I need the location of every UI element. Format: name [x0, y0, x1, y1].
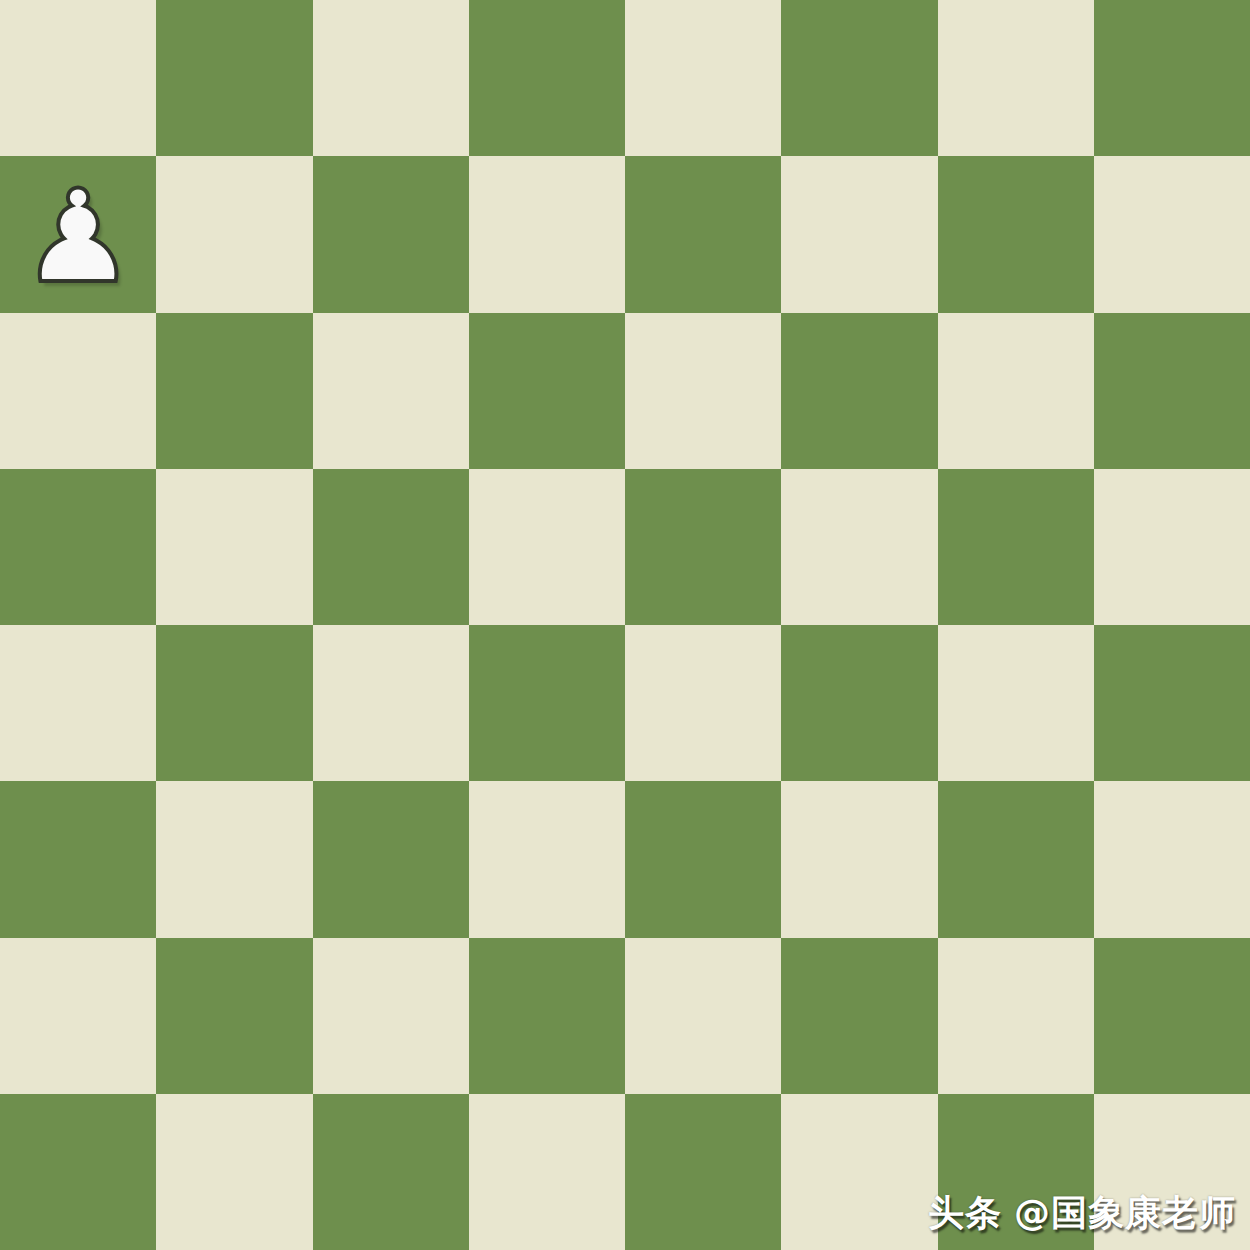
square-d8[interactable]: [469, 0, 625, 156]
square-g4[interactable]: [938, 625, 1094, 781]
square-a1[interactable]: [0, 1094, 156, 1250]
white-pawn[interactable]: ♟: [21, 173, 136, 301]
square-a7[interactable]: ♟: [0, 156, 156, 312]
square-a5[interactable]: [0, 469, 156, 625]
chess-board: ♟: [0, 0, 1250, 1250]
square-c3[interactable]: [313, 781, 469, 937]
square-e1[interactable]: [625, 1094, 781, 1250]
square-a3[interactable]: [0, 781, 156, 937]
square-h5[interactable]: [1094, 469, 1250, 625]
watermark: 头条@国象康老师: [928, 1189, 1236, 1238]
square-g7[interactable]: [938, 156, 1094, 312]
square-c1[interactable]: [313, 1094, 469, 1250]
square-e3[interactable]: [625, 781, 781, 937]
square-g6[interactable]: [938, 313, 1094, 469]
square-e8[interactable]: [625, 0, 781, 156]
square-f4[interactable]: [781, 625, 937, 781]
square-c8[interactable]: [313, 0, 469, 156]
square-g8[interactable]: [938, 0, 1094, 156]
watermark-handle: @国象康老师: [1014, 1192, 1236, 1233]
square-b3[interactable]: [156, 781, 312, 937]
square-b2[interactable]: [156, 938, 312, 1094]
square-f2[interactable]: [781, 938, 937, 1094]
square-f7[interactable]: [781, 156, 937, 312]
square-g2[interactable]: [938, 938, 1094, 1094]
square-f8[interactable]: [781, 0, 937, 156]
square-c7[interactable]: [313, 156, 469, 312]
square-c6[interactable]: [313, 313, 469, 469]
square-c5[interactable]: [313, 469, 469, 625]
square-d3[interactable]: [469, 781, 625, 937]
square-e4[interactable]: [625, 625, 781, 781]
square-e6[interactable]: [625, 313, 781, 469]
square-a4[interactable]: [0, 625, 156, 781]
square-c4[interactable]: [313, 625, 469, 781]
square-b7[interactable]: [156, 156, 312, 312]
square-a2[interactable]: [0, 938, 156, 1094]
square-h6[interactable]: [1094, 313, 1250, 469]
square-d6[interactable]: [469, 313, 625, 469]
square-f1[interactable]: [781, 1094, 937, 1250]
square-c2[interactable]: [313, 938, 469, 1094]
square-d7[interactable]: [469, 156, 625, 312]
square-d2[interactable]: [469, 938, 625, 1094]
square-g5[interactable]: [938, 469, 1094, 625]
square-b8[interactable]: [156, 0, 312, 156]
square-h4[interactable]: [1094, 625, 1250, 781]
square-f5[interactable]: [781, 469, 937, 625]
square-a6[interactable]: [0, 313, 156, 469]
square-b6[interactable]: [156, 313, 312, 469]
square-h7[interactable]: [1094, 156, 1250, 312]
watermark-brand: 头条: [928, 1192, 1002, 1233]
square-h3[interactable]: [1094, 781, 1250, 937]
square-b1[interactable]: [156, 1094, 312, 1250]
square-g3[interactable]: [938, 781, 1094, 937]
square-f3[interactable]: [781, 781, 937, 937]
square-d5[interactable]: [469, 469, 625, 625]
square-a8[interactable]: [0, 0, 156, 156]
square-h2[interactable]: [1094, 938, 1250, 1094]
square-e5[interactable]: [625, 469, 781, 625]
square-d4[interactable]: [469, 625, 625, 781]
square-h8[interactable]: [1094, 0, 1250, 156]
square-e7[interactable]: [625, 156, 781, 312]
square-e2[interactable]: [625, 938, 781, 1094]
square-b4[interactable]: [156, 625, 312, 781]
square-f6[interactable]: [781, 313, 937, 469]
square-b5[interactable]: [156, 469, 312, 625]
square-d1[interactable]: [469, 1094, 625, 1250]
